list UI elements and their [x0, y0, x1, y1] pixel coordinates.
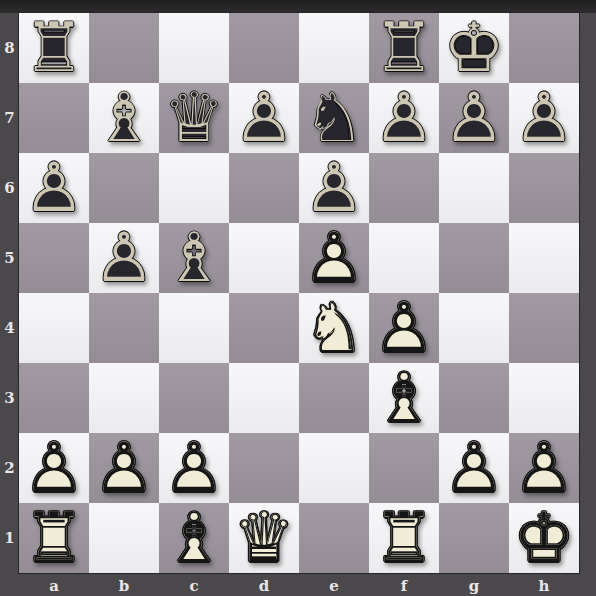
file-label-h: h	[509, 578, 579, 596]
pawn-outline-icon: ♙	[89, 433, 159, 503]
square-h4[interactable]	[509, 293, 579, 363]
white-pawn-h2[interactable]: ♟♙	[509, 433, 579, 503]
file-label-b: b	[89, 578, 159, 596]
black-knight-e7[interactable]: ♞♘	[299, 83, 369, 153]
rank-label-6: 6	[0, 153, 19, 223]
square-b7[interactable]: ♝♗	[89, 83, 159, 153]
pawn-outline-icon: ♙	[369, 83, 439, 153]
black-pawn-e6[interactable]: ♟♙	[299, 153, 369, 223]
pawn-outline-icon: ♙	[509, 433, 579, 503]
bishop-outline-icon: ♗	[369, 363, 439, 433]
file-label-e: e	[299, 578, 369, 596]
square-a3[interactable]	[19, 363, 89, 433]
pawn-outline-icon: ♙	[19, 433, 89, 503]
king-outline-icon: ♔	[509, 503, 579, 573]
pawn-outline-icon: ♙	[509, 83, 579, 153]
file-label-d: d	[229, 578, 299, 596]
square-c7[interactable]: ♛♕	[159, 83, 229, 153]
square-a2[interactable]: ♟♙	[19, 433, 89, 503]
white-queen-d1[interactable]: ♛♕	[229, 503, 299, 573]
black-bishop-c5[interactable]: ♝♗	[159, 223, 229, 293]
white-bishop-f3[interactable]: ♝♗	[369, 363, 439, 433]
black-rook-f8[interactable]: ♜♖	[369, 13, 439, 83]
bishop-outline-icon: ♗	[159, 503, 229, 573]
chess-board: ♜♖♜♖♚♔♝♗♛♕♟♙♞♘♟♙♟♙♟♙♟♙♟♙♟♙♝♗♟♙♞♘♟♙♝♗♟♙♟♙…	[19, 13, 579, 573]
square-c3[interactable]	[159, 363, 229, 433]
rank-label-1: 1	[0, 503, 19, 573]
square-c4[interactable]	[159, 293, 229, 363]
square-b2[interactable]: ♟♙	[89, 433, 159, 503]
square-d1[interactable]: ♛♕	[229, 503, 299, 573]
chess-board-frame: ♜♖♜♖♚♔♝♗♛♕♟♙♞♘♟♙♟♙♟♙♟♙♟♙♟♙♝♗♟♙♞♘♟♙♝♗♟♙♟♙…	[0, 0, 596, 596]
knight-outline-icon: ♘	[299, 83, 369, 153]
square-e1[interactable]	[299, 503, 369, 573]
square-d6[interactable]	[229, 153, 299, 223]
pawn-outline-icon: ♙	[439, 433, 509, 503]
white-rook-f1[interactable]: ♜♖	[369, 503, 439, 573]
white-bishop-c1[interactable]: ♝♗	[159, 503, 229, 573]
square-d7[interactable]: ♟♙	[229, 83, 299, 153]
file-label-f: f	[369, 578, 439, 596]
bishop-outline-icon: ♗	[159, 223, 229, 293]
square-f5[interactable]	[369, 223, 439, 293]
white-pawn-b2[interactable]: ♟♙	[89, 433, 159, 503]
file-label-c: c	[159, 578, 229, 596]
square-h8[interactable]	[509, 13, 579, 83]
white-rook-a1[interactable]: ♜♖	[19, 503, 89, 573]
queen-outline-icon: ♕	[229, 503, 299, 573]
square-f3[interactable]: ♝♗	[369, 363, 439, 433]
square-a5[interactable]	[19, 223, 89, 293]
pawn-outline-icon: ♙	[229, 83, 299, 153]
square-d4[interactable]	[229, 293, 299, 363]
pawn-outline-icon: ♙	[89, 223, 159, 293]
white-pawn-f4[interactable]: ♟♙	[369, 293, 439, 363]
square-f2[interactable]	[369, 433, 439, 503]
square-d5[interactable]	[229, 223, 299, 293]
square-g5[interactable]	[439, 223, 509, 293]
square-a4[interactable]	[19, 293, 89, 363]
square-e8[interactable]	[299, 13, 369, 83]
rank-label-5: 5	[0, 223, 19, 293]
pawn-outline-icon: ♙	[19, 153, 89, 223]
white-knight-e4[interactable]: ♞♘	[299, 293, 369, 363]
square-b1[interactable]	[89, 503, 159, 573]
black-pawn-g7[interactable]: ♟♙	[439, 83, 509, 153]
black-pawn-d7[interactable]: ♟♙	[229, 83, 299, 153]
square-c5[interactable]: ♝♗	[159, 223, 229, 293]
frame-top-bevel	[0, 0, 596, 13]
square-h2[interactable]: ♟♙	[509, 433, 579, 503]
black-pawn-b5[interactable]: ♟♙	[89, 223, 159, 293]
square-b6[interactable]	[89, 153, 159, 223]
square-e7[interactable]: ♞♘	[299, 83, 369, 153]
square-h3[interactable]	[509, 363, 579, 433]
black-pawn-a6[interactable]: ♟♙	[19, 153, 89, 223]
rank-label-4: 4	[0, 293, 19, 363]
file-labels: abcdefgh	[19, 578, 579, 596]
rank-labels: 87654321	[0, 13, 19, 573]
white-pawn-a2[interactable]: ♟♙	[19, 433, 89, 503]
pawn-outline-icon: ♙	[439, 83, 509, 153]
knight-outline-icon: ♘	[299, 293, 369, 363]
pawn-outline-icon: ♙	[159, 433, 229, 503]
square-g1[interactable]	[439, 503, 509, 573]
white-pawn-e5[interactable]: ♟♙	[299, 223, 369, 293]
square-e2[interactable]	[299, 433, 369, 503]
square-g6[interactable]	[439, 153, 509, 223]
square-c1[interactable]: ♝♗	[159, 503, 229, 573]
queen-outline-icon: ♕	[159, 83, 229, 153]
square-b4[interactable]	[89, 293, 159, 363]
king-outline-icon: ♔	[439, 13, 509, 83]
white-pawn-g2[interactable]: ♟♙	[439, 433, 509, 503]
square-c6[interactable]	[159, 153, 229, 223]
rank-label-3: 3	[0, 363, 19, 433]
square-h5[interactable]	[509, 223, 579, 293]
rank-label-2: 2	[0, 433, 19, 503]
square-a1[interactable]: ♜♖	[19, 503, 89, 573]
file-label-a: a	[19, 578, 89, 596]
square-g2[interactable]: ♟♙	[439, 433, 509, 503]
square-b3[interactable]	[89, 363, 159, 433]
white-pawn-c2[interactable]: ♟♙	[159, 433, 229, 503]
black-rook-a8[interactable]: ♜♖	[19, 13, 89, 83]
square-h7[interactable]: ♟♙	[509, 83, 579, 153]
black-bishop-b7[interactable]: ♝♗	[89, 83, 159, 153]
bishop-outline-icon: ♗	[89, 83, 159, 153]
white-king-h1[interactable]: ♚♔	[509, 503, 579, 573]
black-pawn-f7[interactable]: ♟♙	[369, 83, 439, 153]
square-c8[interactable]	[159, 13, 229, 83]
black-queen-c7[interactable]: ♛♕	[159, 83, 229, 153]
rook-outline-icon: ♖	[369, 503, 439, 573]
rook-outline-icon: ♖	[369, 13, 439, 83]
square-g4[interactable]	[439, 293, 509, 363]
black-pawn-h7[interactable]: ♟♙	[509, 83, 579, 153]
square-f4[interactable]: ♟♙	[369, 293, 439, 363]
square-g3[interactable]	[439, 363, 509, 433]
square-f7[interactable]: ♟♙	[369, 83, 439, 153]
square-d3[interactable]	[229, 363, 299, 433]
square-e3[interactable]	[299, 363, 369, 433]
pawn-outline-icon: ♙	[369, 293, 439, 363]
pawn-outline-icon: ♙	[299, 153, 369, 223]
square-h6[interactable]	[509, 153, 579, 223]
square-a8[interactable]: ♜♖	[19, 13, 89, 83]
pawn-outline-icon: ♙	[299, 223, 369, 293]
square-b5[interactable]: ♟♙	[89, 223, 159, 293]
file-label-g: g	[439, 578, 509, 596]
square-e5[interactable]: ♟♙	[299, 223, 369, 293]
square-a7[interactable]	[19, 83, 89, 153]
rook-outline-icon: ♖	[19, 503, 89, 573]
square-f6[interactable]	[369, 153, 439, 223]
rank-label-7: 7	[0, 83, 19, 153]
rook-outline-icon: ♖	[19, 13, 89, 83]
square-a6[interactable]: ♟♙	[19, 153, 89, 223]
square-f1[interactable]: ♜♖	[369, 503, 439, 573]
rank-label-8: 8	[0, 13, 19, 83]
square-f8[interactable]: ♜♖	[369, 13, 439, 83]
square-g8[interactable]: ♚♔	[439, 13, 509, 83]
square-h1[interactable]: ♚♔	[509, 503, 579, 573]
square-g7[interactable]: ♟♙	[439, 83, 509, 153]
square-c2[interactable]: ♟♙	[159, 433, 229, 503]
square-d8[interactable]	[229, 13, 299, 83]
black-king-g8[interactable]: ♚♔	[439, 13, 509, 83]
square-d2[interactable]	[229, 433, 299, 503]
square-e6[interactable]: ♟♙	[299, 153, 369, 223]
square-b8[interactable]	[89, 13, 159, 83]
square-e4[interactable]: ♞♘	[299, 293, 369, 363]
